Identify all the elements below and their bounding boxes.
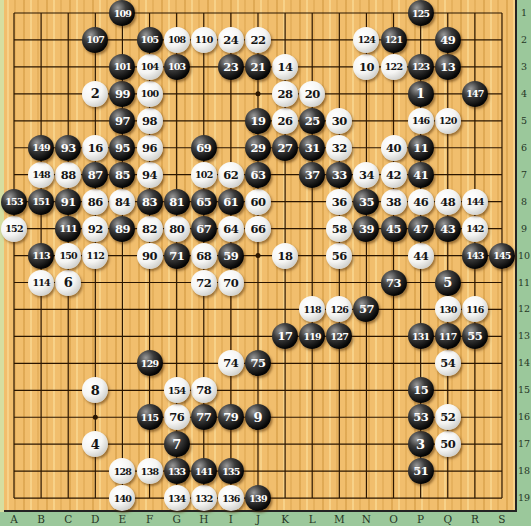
stone-121-black-O2: 121 bbox=[381, 27, 407, 53]
move-number-label: 131 bbox=[412, 331, 429, 342]
stone-36-white-M8: 36 bbox=[326, 189, 352, 215]
stone-110-white-H2: 110 bbox=[191, 27, 217, 53]
stone-3-black-P17: 3 bbox=[408, 431, 434, 457]
move-number-label: 116 bbox=[466, 304, 483, 315]
move-number-label: 70 bbox=[223, 276, 238, 290]
move-number-label: 83 bbox=[142, 195, 157, 209]
move-number-label: 81 bbox=[169, 195, 184, 209]
move-number-label: 146 bbox=[412, 115, 429, 126]
stone-100-white-F4: 100 bbox=[137, 81, 163, 107]
stone-72-white-H11: 72 bbox=[191, 270, 217, 296]
move-number-label: 117 bbox=[439, 331, 456, 342]
column-label-P: P bbox=[411, 512, 431, 526]
stone-113-black-B10: 113 bbox=[28, 243, 54, 269]
stone-78-white-H15: 78 bbox=[191, 377, 217, 403]
move-number-label: 63 bbox=[250, 168, 265, 182]
move-number-label: 60 bbox=[250, 195, 265, 209]
move-number-label: 99 bbox=[115, 87, 130, 101]
row-label-9: 9 bbox=[517, 223, 531, 235]
stone-122-white-O3: 122 bbox=[381, 54, 407, 80]
move-number-label: 100 bbox=[141, 88, 158, 99]
row-label-7: 7 bbox=[517, 169, 531, 181]
row-label-6: 6 bbox=[517, 142, 531, 154]
row-label-5: 5 bbox=[517, 115, 531, 127]
row-label-12: 12 bbox=[517, 303, 531, 315]
stone-96-white-F6: 96 bbox=[137, 135, 163, 161]
stone-135-black-I18: 135 bbox=[218, 458, 244, 484]
stone-50-white-Q17: 50 bbox=[435, 431, 461, 457]
stone-129-black-F14: 129 bbox=[137, 350, 163, 376]
stone-154-white-G15: 154 bbox=[164, 377, 190, 403]
move-number-label: 84 bbox=[115, 195, 130, 209]
stone-153-black-A8: 153 bbox=[1, 189, 27, 215]
move-number-label: 126 bbox=[331, 304, 348, 315]
move-number-label: 108 bbox=[168, 34, 185, 45]
move-number-label: 132 bbox=[195, 493, 212, 504]
column-label-M: M bbox=[329, 512, 349, 526]
stone-22-white-J2: 22 bbox=[245, 27, 271, 53]
stone-5-black-Q11: 5 bbox=[435, 270, 461, 296]
move-number-label: 43 bbox=[440, 222, 455, 236]
column-label-R: R bbox=[465, 512, 485, 526]
stone-142-white-R9: 142 bbox=[462, 216, 488, 242]
stone-37-black-L7: 37 bbox=[299, 162, 325, 188]
stone-44-white-P10: 44 bbox=[408, 243, 434, 269]
move-number-label: 61 bbox=[223, 195, 238, 209]
stone-145-black-S10: 145 bbox=[489, 243, 515, 269]
move-number-label: 94 bbox=[142, 168, 157, 182]
stone-82-white-F9: 82 bbox=[137, 216, 163, 242]
move-number-label: 107 bbox=[87, 34, 104, 45]
stone-34-white-N7: 34 bbox=[353, 162, 379, 188]
stone-54-white-Q14: 54 bbox=[435, 350, 461, 376]
column-label-A: A bbox=[4, 512, 24, 526]
column-label-B: B bbox=[31, 512, 51, 526]
move-number-label: 38 bbox=[386, 195, 401, 209]
move-number-label: 95 bbox=[115, 141, 130, 155]
move-number-label: 51 bbox=[413, 464, 428, 478]
move-number-label: 67 bbox=[196, 222, 211, 236]
stone-35-black-N8: 35 bbox=[353, 189, 379, 215]
move-number-label: 52 bbox=[440, 410, 455, 424]
stone-133-black-G18: 133 bbox=[164, 458, 190, 484]
stone-59-black-I10: 59 bbox=[218, 243, 244, 269]
stone-15-black-P15: 15 bbox=[408, 377, 434, 403]
move-number-label: 28 bbox=[278, 87, 293, 101]
stone-48-white-Q8: 48 bbox=[435, 189, 461, 215]
move-number-label: 37 bbox=[305, 168, 320, 182]
move-number-label: 34 bbox=[359, 168, 374, 182]
move-number-label: 7 bbox=[172, 437, 181, 452]
move-number-label: 2 bbox=[91, 86, 100, 101]
move-number-label: 46 bbox=[413, 195, 428, 209]
move-number-label: 134 bbox=[168, 493, 185, 504]
move-number-label: 54 bbox=[440, 356, 455, 370]
move-number-label: 11 bbox=[413, 141, 428, 155]
row-label-14: 14 bbox=[517, 357, 531, 369]
move-number-label: 3 bbox=[416, 437, 425, 452]
stone-28-white-K4: 28 bbox=[272, 81, 298, 107]
move-number-label: 112 bbox=[87, 250, 104, 261]
move-number-label: 16 bbox=[88, 141, 103, 155]
column-label-H: H bbox=[194, 512, 214, 526]
stone-6-white-C11: 6 bbox=[55, 270, 81, 296]
stone-11-black-P6: 11 bbox=[408, 135, 434, 161]
stone-23-black-I3: 23 bbox=[218, 54, 244, 80]
move-number-label: 153 bbox=[5, 196, 22, 207]
move-number-label: 22 bbox=[250, 33, 265, 47]
column-label-L: L bbox=[302, 512, 322, 526]
stone-87-black-D7: 87 bbox=[82, 162, 108, 188]
stone-105-black-F2: 105 bbox=[137, 27, 163, 53]
star-point bbox=[93, 415, 98, 420]
move-number-label: 35 bbox=[359, 195, 374, 209]
move-number-label: 90 bbox=[142, 249, 157, 263]
stone-27-black-K6: 27 bbox=[272, 135, 298, 161]
stone-52-white-Q16: 52 bbox=[435, 404, 461, 430]
stone-93-black-C6: 93 bbox=[55, 135, 81, 161]
stone-91-black-C8: 91 bbox=[55, 189, 81, 215]
move-number-label: 1 bbox=[416, 86, 425, 101]
stone-81-black-G8: 81 bbox=[164, 189, 190, 215]
move-number-label: 8 bbox=[91, 383, 100, 398]
move-number-label: 30 bbox=[332, 114, 347, 128]
stone-84-white-E8: 84 bbox=[109, 189, 135, 215]
stone-66-white-J9: 66 bbox=[245, 216, 271, 242]
stone-73-black-O11: 73 bbox=[381, 270, 407, 296]
move-number-label: 31 bbox=[305, 141, 320, 155]
stone-151-black-B8: 151 bbox=[28, 189, 54, 215]
move-number-label: 9 bbox=[253, 410, 262, 425]
column-label-K: K bbox=[275, 512, 295, 526]
row-label-17: 17 bbox=[517, 438, 531, 450]
move-number-label: 111 bbox=[60, 223, 77, 234]
stone-144-white-R8: 144 bbox=[462, 189, 488, 215]
move-number-label: 151 bbox=[32, 196, 49, 207]
stone-13-black-Q3: 13 bbox=[435, 54, 461, 80]
move-number-label: 144 bbox=[466, 196, 483, 207]
move-number-label: 23 bbox=[223, 60, 238, 74]
stone-47-black-P9: 47 bbox=[408, 216, 434, 242]
row-label-13: 13 bbox=[517, 330, 531, 342]
move-number-label: 19 bbox=[250, 114, 265, 128]
stone-42-white-O7: 42 bbox=[381, 162, 407, 188]
move-number-label: 124 bbox=[358, 34, 375, 45]
move-number-label: 145 bbox=[493, 250, 510, 261]
move-number-label: 119 bbox=[303, 331, 320, 342]
row-label-8: 8 bbox=[517, 196, 531, 208]
stone-114-white-B11: 114 bbox=[28, 270, 54, 296]
stone-141-black-H18: 141 bbox=[191, 458, 217, 484]
move-number-label: 136 bbox=[222, 493, 239, 504]
stone-51-black-P18: 51 bbox=[408, 458, 434, 484]
move-number-label: 101 bbox=[114, 61, 131, 72]
move-number-label: 77 bbox=[196, 410, 211, 424]
move-number-label: 29 bbox=[250, 141, 265, 155]
move-number-label: 121 bbox=[385, 34, 402, 45]
move-number-label: 97 bbox=[115, 114, 130, 128]
move-number-label: 123 bbox=[412, 61, 429, 72]
stone-58-white-M9: 58 bbox=[326, 216, 352, 242]
move-number-label: 129 bbox=[141, 358, 158, 369]
move-number-label: 102 bbox=[195, 169, 212, 180]
move-number-label: 150 bbox=[60, 250, 77, 261]
stone-24-white-I2: 24 bbox=[218, 27, 244, 53]
move-number-label: 48 bbox=[440, 195, 455, 209]
move-number-label: 93 bbox=[61, 141, 76, 155]
row-label-3: 3 bbox=[517, 61, 531, 73]
stone-32-white-M6: 32 bbox=[326, 135, 352, 161]
move-number-label: 149 bbox=[32, 142, 49, 153]
stone-138-white-F18: 138 bbox=[137, 458, 163, 484]
stone-7-black-G17: 7 bbox=[164, 431, 190, 457]
move-number-label: 96 bbox=[142, 141, 157, 155]
stone-30-white-M5: 30 bbox=[326, 108, 352, 134]
column-label-F: F bbox=[140, 512, 160, 526]
move-number-label: 152 bbox=[5, 223, 22, 234]
move-number-label: 17 bbox=[278, 329, 293, 343]
move-number-label: 128 bbox=[114, 466, 131, 477]
move-number-label: 41 bbox=[413, 168, 428, 182]
column-label-C: C bbox=[58, 512, 78, 526]
stone-120-white-Q5: 120 bbox=[435, 108, 461, 134]
stone-79-black-I16: 79 bbox=[218, 404, 244, 430]
move-number-label: 147 bbox=[466, 88, 483, 99]
stone-131-black-P13: 131 bbox=[408, 323, 434, 349]
stone-38-white-O8: 38 bbox=[381, 189, 407, 215]
move-number-label: 79 bbox=[223, 410, 238, 424]
stone-69-black-H6: 69 bbox=[191, 135, 217, 161]
move-number-label: 92 bbox=[88, 222, 103, 236]
stone-117-black-Q13: 117 bbox=[435, 323, 461, 349]
stone-62-white-I7: 62 bbox=[218, 162, 244, 188]
stone-112-white-D10: 112 bbox=[82, 243, 108, 269]
stone-103-black-G3: 103 bbox=[164, 54, 190, 80]
move-number-label: 80 bbox=[169, 222, 184, 236]
move-number-label: 64 bbox=[223, 222, 238, 236]
stone-49-black-Q2: 49 bbox=[435, 27, 461, 53]
star-point bbox=[255, 253, 260, 258]
move-number-label: 36 bbox=[332, 195, 347, 209]
stone-41-black-P7: 41 bbox=[408, 162, 434, 188]
row-label-18: 18 bbox=[517, 465, 531, 477]
move-number-label: 68 bbox=[196, 249, 211, 263]
stone-19-black-J5: 19 bbox=[245, 108, 271, 134]
column-label-G: G bbox=[167, 512, 187, 526]
stone-65-black-H8: 65 bbox=[191, 189, 217, 215]
move-number-label: 135 bbox=[222, 466, 239, 477]
stone-152-white-A9: 152 bbox=[1, 216, 27, 242]
stone-64-white-I9: 64 bbox=[218, 216, 244, 242]
move-number-label: 110 bbox=[195, 34, 212, 45]
stone-61-black-I8: 61 bbox=[218, 189, 244, 215]
move-number-label: 75 bbox=[250, 356, 265, 370]
column-label-D: D bbox=[85, 512, 105, 526]
move-number-label: 72 bbox=[196, 276, 211, 290]
move-number-label: 27 bbox=[278, 141, 293, 155]
stone-111-black-C9: 111 bbox=[55, 216, 81, 242]
column-label-J: J bbox=[248, 512, 268, 526]
move-number-label: 57 bbox=[359, 302, 374, 316]
move-number-label: 104 bbox=[141, 61, 158, 72]
stone-83-black-F8: 83 bbox=[137, 189, 163, 215]
move-number-label: 133 bbox=[168, 466, 185, 477]
stone-33-black-M7: 33 bbox=[326, 162, 352, 188]
move-number-label: 20 bbox=[305, 87, 320, 101]
stone-136-white-I19: 136 bbox=[218, 485, 244, 511]
move-number-label: 114 bbox=[32, 277, 49, 288]
stone-125-black-P1: 125 bbox=[408, 0, 434, 26]
move-number-label: 24 bbox=[223, 33, 238, 47]
move-number-label: 118 bbox=[303, 304, 320, 315]
move-number-label: 120 bbox=[439, 115, 456, 126]
stone-71-black-G10: 71 bbox=[164, 243, 190, 269]
move-number-label: 40 bbox=[386, 141, 401, 155]
move-number-label: 59 bbox=[223, 249, 238, 263]
move-number-label: 62 bbox=[223, 168, 238, 182]
move-number-label: 26 bbox=[278, 114, 293, 128]
move-number-label: 91 bbox=[61, 195, 76, 209]
move-number-label: 32 bbox=[332, 141, 347, 155]
move-number-label: 74 bbox=[223, 356, 238, 370]
row-label-16: 16 bbox=[517, 411, 531, 423]
move-number-label: 141 bbox=[195, 466, 212, 477]
move-number-label: 87 bbox=[88, 168, 103, 182]
stone-45-black-O9: 45 bbox=[381, 216, 407, 242]
stone-68-white-H10: 68 bbox=[191, 243, 217, 269]
move-number-label: 130 bbox=[439, 304, 456, 315]
move-number-label: 50 bbox=[440, 437, 455, 451]
column-label-I: I bbox=[221, 512, 241, 526]
stone-18-white-K10: 18 bbox=[272, 243, 298, 269]
stone-46-white-P8: 46 bbox=[408, 189, 434, 215]
row-label-15: 15 bbox=[517, 384, 531, 396]
move-number-label: 58 bbox=[332, 222, 347, 236]
move-number-label: 14 bbox=[278, 60, 293, 74]
stone-149-black-B6: 149 bbox=[28, 135, 54, 161]
go-kifu-diagram: 1234567891011131415161718192021222324252… bbox=[0, 0, 531, 526]
stone-26-white-K5: 26 bbox=[272, 108, 298, 134]
move-number-label: 47 bbox=[413, 222, 428, 236]
stone-88-white-C7: 88 bbox=[55, 162, 81, 188]
stone-89-black-E9: 89 bbox=[109, 216, 135, 242]
move-number-label: 71 bbox=[169, 249, 184, 263]
move-number-label: 25 bbox=[305, 114, 320, 128]
move-number-label: 98 bbox=[142, 114, 157, 128]
move-number-label: 103 bbox=[168, 61, 185, 72]
move-number-label: 89 bbox=[115, 222, 130, 236]
move-number-label: 140 bbox=[114, 493, 131, 504]
column-label-E: E bbox=[112, 512, 132, 526]
move-number-label: 154 bbox=[168, 385, 185, 396]
stone-2-white-D4: 2 bbox=[82, 81, 108, 107]
stone-67-black-H9: 67 bbox=[191, 216, 217, 242]
stone-146-white-P5: 146 bbox=[408, 108, 434, 134]
stone-90-white-F10: 90 bbox=[137, 243, 163, 269]
stone-56-white-M10: 56 bbox=[326, 243, 352, 269]
move-number-label: 127 bbox=[331, 331, 348, 342]
move-number-label: 69 bbox=[196, 141, 211, 155]
move-number-label: 122 bbox=[385, 61, 402, 72]
move-number-label: 125 bbox=[412, 8, 429, 19]
column-label-N: N bbox=[356, 512, 376, 526]
move-number-label: 143 bbox=[466, 250, 483, 261]
move-number-label: 148 bbox=[32, 169, 49, 180]
stone-147-black-R4: 147 bbox=[462, 81, 488, 107]
move-number-label: 5 bbox=[443, 275, 452, 290]
move-number-label: 78 bbox=[196, 383, 211, 397]
stone-104-white-F3: 104 bbox=[137, 54, 163, 80]
stone-77-black-H16: 77 bbox=[191, 404, 217, 430]
stone-25-black-L5: 25 bbox=[299, 108, 325, 134]
stone-86-white-D8: 86 bbox=[82, 189, 108, 215]
stone-63-black-J7: 63 bbox=[245, 162, 271, 188]
move-number-label: 15 bbox=[413, 383, 428, 397]
stone-53-black-P16: 53 bbox=[408, 404, 434, 430]
stone-21-black-J3: 21 bbox=[245, 54, 271, 80]
move-number-label: 6 bbox=[64, 275, 73, 290]
row-label-10: 10 bbox=[517, 250, 531, 262]
star-point bbox=[255, 91, 260, 96]
move-number-label: 86 bbox=[88, 195, 103, 209]
move-number-label: 65 bbox=[196, 195, 211, 209]
stone-70-white-I11: 70 bbox=[218, 270, 244, 296]
move-number-label: 39 bbox=[359, 222, 374, 236]
row-label-2: 2 bbox=[517, 34, 531, 46]
move-number-label: 4 bbox=[91, 437, 100, 452]
stone-148-white-B7: 148 bbox=[28, 162, 54, 188]
move-number-label: 138 bbox=[141, 466, 158, 477]
stone-31-black-L6: 31 bbox=[299, 135, 325, 161]
move-number-label: 105 bbox=[141, 34, 158, 45]
move-number-label: 49 bbox=[440, 33, 455, 47]
stone-102-white-H7: 102 bbox=[191, 162, 217, 188]
move-number-label: 73 bbox=[386, 276, 401, 290]
stone-1-black-P4: 1 bbox=[408, 81, 434, 107]
move-number-label: 109 bbox=[114, 8, 131, 19]
move-number-label: 76 bbox=[169, 410, 184, 424]
stone-139-black-J19: 139 bbox=[245, 485, 271, 511]
move-number-label: 139 bbox=[249, 493, 266, 504]
column-label-Q: Q bbox=[438, 512, 458, 526]
move-number-label: 56 bbox=[332, 249, 347, 263]
move-number-label: 42 bbox=[386, 168, 401, 182]
stone-20-white-L4: 20 bbox=[299, 81, 325, 107]
stone-29-black-J6: 29 bbox=[245, 135, 271, 161]
row-label-4: 4 bbox=[517, 88, 531, 100]
stone-16-white-D6: 16 bbox=[82, 135, 108, 161]
move-number-label: 142 bbox=[466, 223, 483, 234]
move-number-label: 113 bbox=[32, 250, 49, 261]
stone-40-white-O6: 40 bbox=[381, 135, 407, 161]
stone-94-white-F7: 94 bbox=[137, 162, 163, 188]
stone-143-black-R10: 143 bbox=[462, 243, 488, 269]
stone-80-white-G9: 80 bbox=[164, 216, 190, 242]
row-label-1: 1 bbox=[517, 7, 531, 19]
row-label-11: 11 bbox=[517, 277, 531, 289]
stone-108-white-G2: 108 bbox=[164, 27, 190, 53]
stone-134-white-G19: 134 bbox=[164, 485, 190, 511]
move-number-label: 82 bbox=[142, 222, 157, 236]
stone-132-white-H19: 132 bbox=[191, 485, 217, 511]
stone-98-white-F5: 98 bbox=[137, 108, 163, 134]
stone-92-white-D9: 92 bbox=[82, 216, 108, 242]
stone-85-black-E7: 85 bbox=[109, 162, 135, 188]
stone-150-white-C10: 150 bbox=[55, 243, 81, 269]
move-number-label: 45 bbox=[386, 222, 401, 236]
stone-115-black-F16: 115 bbox=[137, 404, 163, 430]
row-label-19: 19 bbox=[517, 492, 531, 504]
